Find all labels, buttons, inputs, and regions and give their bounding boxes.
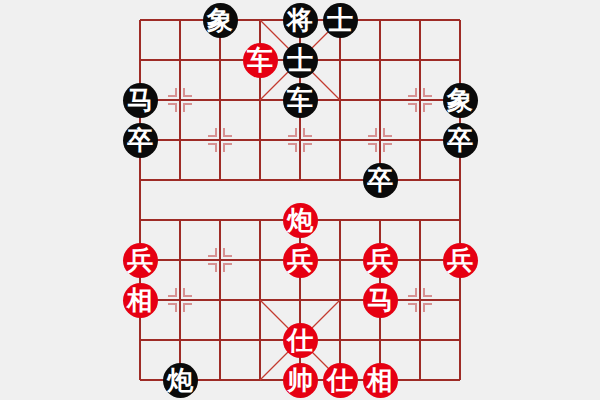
red-horse[interactable]: 马: [363, 283, 398, 318]
red-cannon[interactable]: 炮: [283, 203, 318, 238]
red-elephant[interactable]: 相: [363, 363, 398, 398]
black-general[interactable]: 将: [283, 3, 318, 38]
black-advisor[interactable]: 士: [283, 43, 318, 78]
black-elephant[interactable]: 象: [443, 83, 478, 118]
black-elephant[interactable]: 象: [203, 3, 238, 38]
black-horse[interactable]: 马: [123, 83, 158, 118]
black-soldier[interactable]: 卒: [363, 163, 398, 198]
red-soldier[interactable]: 兵: [123, 243, 158, 278]
red-soldier[interactable]: 兵: [363, 243, 398, 278]
black-advisor[interactable]: 士: [323, 3, 358, 38]
red-advisor[interactable]: 仕: [283, 323, 318, 358]
xiangqi-board: 象将士车士马车象卒卒卒炮兵兵兵兵相马仕炮帅仕相: [120, 0, 480, 400]
red-soldier[interactable]: 兵: [443, 243, 478, 278]
board-grid[interactable]: 象将士车士马车象卒卒卒炮兵兵兵兵相马仕炮帅仕相: [120, 0, 480, 400]
black-soldier[interactable]: 卒: [443, 123, 478, 158]
red-advisor[interactable]: 仕: [323, 363, 358, 398]
black-chariot[interactable]: 车: [283, 83, 318, 118]
xiangqi-diagram: 象将士车士马车象卒卒卒炮兵兵兵兵相马仕炮帅仕相: [0, 0, 600, 400]
red-chariot[interactable]: 车: [243, 43, 278, 78]
red-general[interactable]: 帅: [283, 363, 318, 398]
black-soldier[interactable]: 卒: [123, 123, 158, 158]
black-cannon[interactable]: 炮: [163, 363, 198, 398]
red-elephant[interactable]: 相: [123, 283, 158, 318]
red-soldier[interactable]: 兵: [283, 243, 318, 278]
